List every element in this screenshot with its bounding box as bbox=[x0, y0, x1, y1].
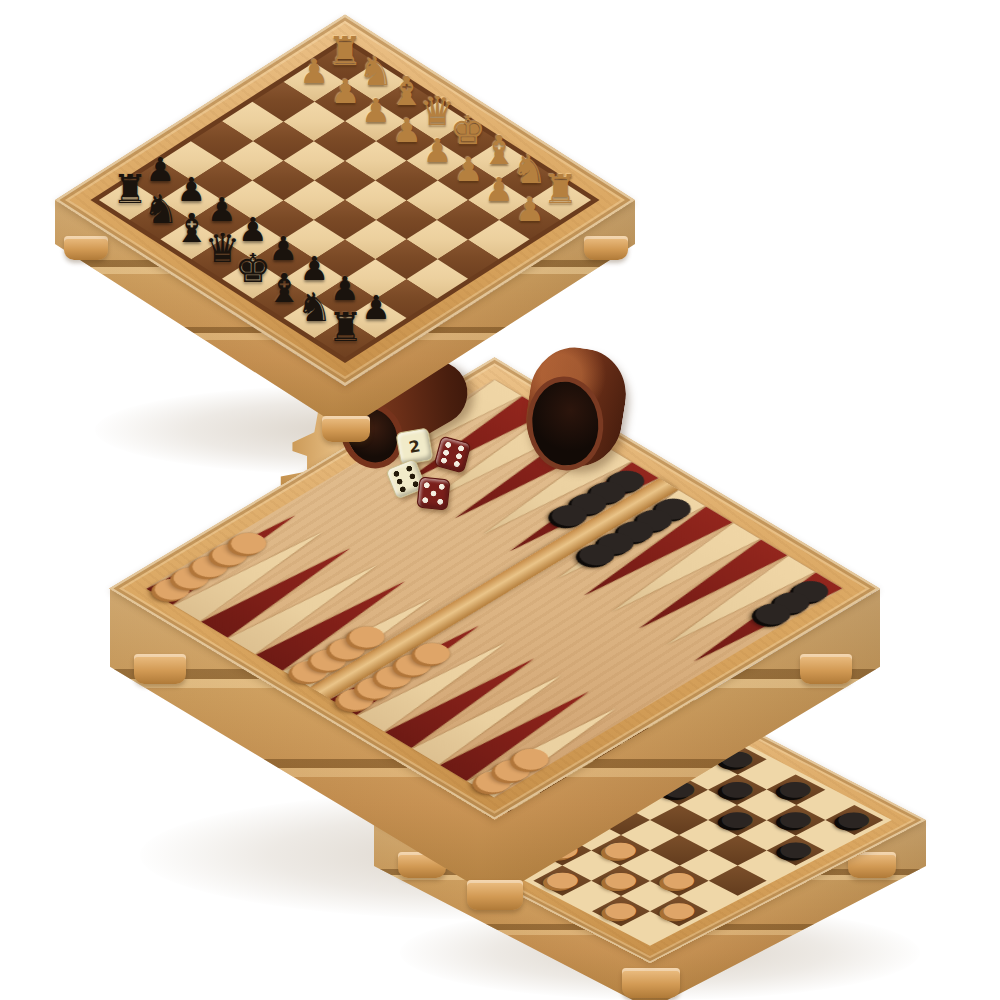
pedestal-layer bbox=[0, 0, 1000, 1000]
checker-black: ● bbox=[597, 714, 650, 742]
checkers-square bbox=[650, 805, 708, 835]
checker-black: ● bbox=[772, 835, 825, 863]
backgammon-checker-black: ● bbox=[768, 585, 822, 617]
backgammon-checker-natural: ● bbox=[324, 631, 378, 663]
backgammon-checker-natural: ● bbox=[206, 537, 260, 569]
checkers-square bbox=[738, 759, 796, 789]
chess-square bbox=[345, 141, 407, 180]
chess-square bbox=[407, 259, 469, 298]
chess-foot-left bbox=[64, 236, 108, 260]
point-triangle bbox=[496, 462, 659, 560]
backgammon-box-side bbox=[110, 589, 880, 898]
backgammon-checker-natural: ● bbox=[343, 619, 397, 651]
checkers-square bbox=[738, 790, 796, 820]
backgammon-foot-front bbox=[467, 880, 523, 910]
checkers-square: ● bbox=[650, 774, 708, 804]
chess-square bbox=[468, 220, 530, 259]
chess-unit-shadow bbox=[95, 385, 615, 475]
backgammon-point-15 bbox=[414, 412, 577, 510]
checkers-board: ●●●●●●●●●●●●●●●●●●●●●●●● bbox=[417, 699, 884, 942]
point-triangle bbox=[570, 506, 733, 604]
checker-natural: ● bbox=[422, 805, 475, 833]
backgammon-point-24: ●●● bbox=[680, 572, 843, 670]
checkers-unit: ●●●●●●●●●●●●●●●●●●●●●●●● bbox=[0, 0, 1000, 1000]
backgammon-point-5 bbox=[357, 634, 520, 732]
backgammon-point-2 bbox=[440, 683, 603, 781]
chess-unit: ♜♞♝♛♚♝♞♜♟♟♟♟♟♟♟♟♟♟♟♟♟♟♟♟♜♞♝♛♚♝♞♜ bbox=[0, 0, 1000, 1000]
checker-natural: ● bbox=[655, 866, 708, 894]
checkers-square: ● bbox=[475, 805, 533, 835]
checkers-square bbox=[708, 835, 766, 865]
chess-square: ♝ bbox=[160, 220, 222, 259]
chess-foot-front bbox=[322, 416, 370, 442]
checkers-square bbox=[446, 790, 504, 820]
checker-black: ● bbox=[713, 805, 766, 833]
checker-natural: ● bbox=[480, 775, 533, 803]
checkers-square bbox=[562, 729, 620, 759]
checkers-square: ● bbox=[592, 835, 650, 865]
checkers-square bbox=[738, 850, 796, 880]
chess-square bbox=[160, 141, 222, 180]
checkers-square: ● bbox=[592, 744, 650, 774]
checkers-square bbox=[533, 744, 591, 774]
chess-square: ♟ bbox=[345, 298, 407, 337]
dice-cup-lying bbox=[333, 349, 479, 470]
backgammon-unit-shadow bbox=[140, 790, 860, 920]
chess-square: ♛ bbox=[191, 239, 253, 278]
die-numeral: 2 bbox=[407, 436, 421, 457]
chess-square: ♟ bbox=[253, 239, 315, 278]
backgammon-point-1: ●●● bbox=[467, 700, 630, 798]
checkers-square bbox=[592, 774, 650, 804]
chess-square bbox=[283, 180, 345, 219]
checkers-square bbox=[533, 774, 591, 804]
point-triangle bbox=[228, 556, 391, 654]
checkers-square bbox=[446, 820, 504, 850]
chess-square bbox=[222, 180, 284, 219]
checker-black: ● bbox=[772, 805, 825, 833]
point-triangle bbox=[385, 650, 548, 748]
checkers-square bbox=[679, 881, 737, 911]
backgammon-point-12: ●●●●● bbox=[146, 507, 309, 605]
point-triangle bbox=[283, 589, 446, 687]
backgammon-checker-natural: ● bbox=[305, 642, 359, 674]
backgammon-checker-black: ● bbox=[603, 463, 657, 495]
checker-natural: ● bbox=[538, 835, 591, 863]
checkers-square: ● bbox=[592, 866, 650, 896]
checkers-square bbox=[621, 729, 679, 759]
chess-square: ♞ bbox=[283, 298, 345, 337]
point-triangle bbox=[146, 507, 309, 605]
backgammon-checker-natural: ● bbox=[389, 647, 443, 679]
checker-natural: ● bbox=[480, 805, 533, 833]
backgammon-checker-natural: ● bbox=[225, 525, 279, 557]
checkers-square: ● bbox=[708, 805, 766, 835]
checkers-square: ● bbox=[533, 805, 591, 835]
checkers-square: ● bbox=[592, 896, 650, 926]
checker-natural: ● bbox=[480, 835, 533, 863]
backgammon-point-18: ●●●● bbox=[496, 462, 659, 560]
backgammon-point-7: ●●●● bbox=[283, 589, 446, 687]
checkers-square bbox=[679, 729, 737, 759]
checkers-board-border: ●●●●●●●●●●●●●●●●●●●●●●●● bbox=[408, 694, 892, 946]
wood-grain bbox=[55, 14, 635, 385]
dice-cup-mouth bbox=[329, 391, 415, 480]
backgammon-checker-black: ● bbox=[565, 486, 619, 518]
checkers-square bbox=[504, 790, 562, 820]
chess-square: ♟ bbox=[283, 62, 345, 101]
checker-black: ● bbox=[597, 744, 650, 772]
point-triangle bbox=[357, 634, 520, 732]
checkers-square bbox=[621, 881, 679, 911]
die-burgundy-6 bbox=[434, 436, 472, 474]
chess-square: ♚ bbox=[222, 259, 284, 298]
backgammon-accessories: 2 bbox=[0, 0, 1000, 1000]
backgammon-checker-black: ● bbox=[749, 596, 803, 628]
backgammon-checker-black: ● bbox=[611, 514, 665, 546]
checkers-square: ● bbox=[708, 774, 766, 804]
point-triangle bbox=[441, 429, 604, 527]
point-triangle bbox=[386, 396, 549, 494]
checkers-square: ● bbox=[650, 714, 708, 744]
backgammon-point-20 bbox=[570, 506, 733, 604]
backgammon-checker-natural: ● bbox=[148, 571, 202, 603]
checkers-square bbox=[562, 759, 620, 789]
checkers-square bbox=[679, 790, 737, 820]
point-triangle bbox=[625, 539, 788, 637]
checker-natural: ● bbox=[538, 805, 591, 833]
backgammon-checker-natural: ● bbox=[167, 560, 221, 592]
chess-pedestal bbox=[272, 400, 418, 485]
chess-square bbox=[407, 180, 469, 219]
checkers-square: ● bbox=[533, 835, 591, 865]
checkers-square bbox=[708, 866, 766, 896]
checker-natural: ● bbox=[597, 835, 650, 863]
checkers-square bbox=[621, 850, 679, 880]
chess-square: ♟ bbox=[345, 102, 407, 141]
checkers-square: ● bbox=[650, 866, 708, 896]
checkers-square bbox=[504, 759, 562, 789]
chess-square: ♟ bbox=[283, 259, 345, 298]
chess-square: ♟ bbox=[160, 180, 222, 219]
checkers-square bbox=[504, 820, 562, 850]
point-triangle bbox=[543, 490, 706, 588]
checkers-unit-shadow bbox=[400, 905, 920, 1000]
backgammon-checker-natural: ● bbox=[508, 741, 562, 773]
chess-square: ♜ bbox=[314, 318, 376, 357]
chess-square bbox=[345, 259, 407, 298]
checkers-square bbox=[621, 911, 679, 941]
checkers-square bbox=[562, 820, 620, 850]
checkers-square bbox=[621, 790, 679, 820]
backgammon-point-3 bbox=[412, 667, 575, 765]
checker-black: ● bbox=[655, 714, 708, 742]
checkers-foot-front bbox=[622, 968, 680, 998]
backgammon-checker-black: ● bbox=[592, 525, 646, 557]
point-triangle bbox=[469, 445, 632, 543]
checkers-foot-right bbox=[848, 852, 896, 878]
point-triangle bbox=[440, 683, 603, 781]
checkers-foot-left bbox=[398, 852, 446, 878]
wood-grain bbox=[374, 677, 926, 964]
chess-board: ♜♞♝♛♚♝♞♜♟♟♟♟♟♟♟♟♟♟♟♟♟♟♟♟♜♞♝♛♚♝♞♜ bbox=[99, 43, 591, 358]
point-triangle bbox=[412, 667, 575, 765]
chess-square bbox=[437, 200, 499, 239]
checkers-square bbox=[738, 820, 796, 850]
checkers-square: ● bbox=[533, 866, 591, 896]
chess-square: ♞ bbox=[130, 200, 192, 239]
point-triangle bbox=[680, 572, 843, 670]
backgammon-point-11 bbox=[173, 524, 336, 622]
checkers-square: ● bbox=[650, 896, 708, 926]
checkers-square bbox=[679, 820, 737, 850]
checkers-square: ● bbox=[475, 774, 533, 804]
backgammon-checker-natural: ● bbox=[469, 764, 523, 796]
point-triangle bbox=[652, 556, 815, 654]
backgammon-checker-natural: ● bbox=[370, 659, 424, 691]
chess-board-border: ♜♞♝♛♚♝♞♜♟♟♟♟♟♟♟♟♟♟♟♟♟♟♟♟♜♞♝♛♚♝♞♜ bbox=[90, 37, 599, 363]
checkers-square bbox=[504, 850, 562, 880]
checker-natural: ● bbox=[655, 896, 708, 924]
chess-square bbox=[253, 200, 315, 239]
chess-board-frame: ♜♞♝♛♚♝♞♜♟♟♟♟♟♟♟♟♟♟♟♟♟♟♟♟♜♞♝♛♚♝♞♜ bbox=[55, 14, 635, 385]
backgammon-checker-natural: ● bbox=[286, 654, 340, 686]
checkers-square: ● bbox=[825, 805, 883, 835]
backgammon-unit: ●●●●●●●●●●●●●●●●●●●●●●●●●●●●● bbox=[0, 0, 1000, 1000]
checker-black: ● bbox=[655, 744, 708, 772]
backgammon-board: ●●●●●●●●●●●●●●●●●●●●●●●●●●●●● bbox=[146, 379, 843, 797]
backgammon-checker-black: ● bbox=[787, 573, 841, 605]
chess-square bbox=[253, 82, 315, 121]
backgammon-point-9 bbox=[228, 556, 391, 654]
chess-square bbox=[376, 161, 438, 200]
chess-square: ♛ bbox=[407, 102, 469, 141]
checkers-square bbox=[592, 805, 650, 835]
checkers-square bbox=[562, 790, 620, 820]
checkers-square: ● bbox=[767, 805, 825, 835]
backgammon-point-16 bbox=[441, 429, 604, 527]
chess-square bbox=[253, 121, 315, 160]
backgammon-left-half: ●●●●●●●●●●●●● bbox=[146, 379, 659, 687]
backgammon-point-row: ●●●●●●●● bbox=[543, 490, 844, 670]
backgammon-point-8 bbox=[256, 573, 419, 671]
backgammon-point-10 bbox=[201, 540, 364, 638]
chess-square: ♟ bbox=[499, 200, 561, 239]
chess-square bbox=[314, 239, 376, 278]
checker-black: ● bbox=[772, 775, 825, 803]
checkers-square: ● bbox=[767, 835, 825, 865]
point-triangle bbox=[173, 524, 336, 622]
checkers-square bbox=[796, 820, 854, 850]
checkers-square: ● bbox=[650, 744, 708, 774]
chess-square: ♟ bbox=[314, 82, 376, 121]
chess-square bbox=[191, 161, 253, 200]
point-triangle bbox=[201, 540, 364, 638]
backgammon-checker-black: ● bbox=[546, 497, 600, 529]
dice-cup-mouth bbox=[523, 373, 607, 473]
chess-square: ♟ bbox=[407, 141, 469, 180]
chess-square bbox=[222, 141, 284, 180]
point-triangle bbox=[359, 379, 522, 477]
backgammon-checker-natural: ● bbox=[351, 670, 405, 702]
backgammon-checker-black: ● bbox=[650, 491, 704, 523]
chess-square bbox=[191, 121, 253, 160]
chess-square: ♟ bbox=[468, 180, 530, 219]
backgammon-checker-natural: ● bbox=[408, 636, 462, 668]
chess-square bbox=[314, 161, 376, 200]
chess-frame-molding bbox=[55, 14, 635, 385]
chess-square bbox=[437, 239, 499, 278]
checkers-square bbox=[621, 759, 679, 789]
chess-square bbox=[314, 121, 376, 160]
backgammon-checker-black: ● bbox=[631, 503, 685, 535]
chess-square: ♚ bbox=[437, 121, 499, 160]
backgammon-right-half: ●●●●●●●●●●●●●●●● bbox=[330, 490, 843, 798]
backgammon-point-21 bbox=[597, 523, 760, 621]
backgammon-checker-black: ● bbox=[573, 537, 627, 569]
point-triangle bbox=[467, 700, 630, 798]
checkers-square: ● bbox=[767, 774, 825, 804]
chess-square: ♝ bbox=[253, 279, 315, 318]
backgammon-foot-left bbox=[134, 654, 186, 684]
backgammon-point-23 bbox=[652, 556, 815, 654]
checkers-square bbox=[650, 835, 708, 865]
chess-square: ♟ bbox=[222, 220, 284, 259]
checkers-square bbox=[621, 699, 679, 729]
chess-square: ♞ bbox=[499, 161, 561, 200]
chess-square: ♟ bbox=[191, 200, 253, 239]
backgammon-point-13 bbox=[359, 379, 522, 477]
backgammon-point-17 bbox=[469, 445, 632, 543]
chess-square bbox=[376, 200, 438, 239]
backgammon-checker-natural: ● bbox=[488, 752, 542, 784]
shadow-layer bbox=[0, 0, 1000, 1000]
checkers-board-frame: ●●●●●●●●●●●●●●●●●●●●●●●● bbox=[374, 677, 926, 964]
backgammon-point-4 bbox=[385, 650, 548, 748]
chess-square bbox=[222, 102, 284, 141]
checkers-frame-molding bbox=[374, 677, 926, 964]
wood-grain bbox=[109, 357, 880, 819]
checker-black: ● bbox=[713, 775, 766, 803]
dice-cup-standing bbox=[519, 341, 632, 473]
backgammon-point-14 bbox=[386, 396, 549, 494]
backgammon-point-row: ●●●●●●●●● bbox=[146, 507, 447, 687]
point-triangle bbox=[414, 412, 577, 510]
checkers-square: ● bbox=[592, 714, 650, 744]
checker-natural: ● bbox=[597, 866, 650, 894]
checkers-square: ● bbox=[708, 744, 766, 774]
die-burgundy-5 bbox=[416, 476, 450, 510]
backgammon-point-22 bbox=[625, 539, 788, 637]
backgammon-checker-natural: ● bbox=[332, 682, 386, 714]
backgammon-point-6: ●●●●● bbox=[330, 617, 493, 715]
chess-square: ♟ bbox=[314, 279, 376, 318]
die-ivory-numeral: 2 bbox=[395, 427, 433, 465]
chess-square: ♜ bbox=[314, 43, 376, 82]
chess-square: ♟ bbox=[437, 161, 499, 200]
checkers-square: ● bbox=[417, 805, 475, 835]
checkers-square bbox=[562, 881, 620, 911]
checker-black: ● bbox=[830, 805, 883, 833]
chess-square: ♝ bbox=[376, 82, 438, 121]
backgammon-checker-natural: ● bbox=[186, 548, 240, 580]
backgammon-frame-molding bbox=[109, 357, 880, 819]
chess-square bbox=[253, 161, 315, 200]
point-triangle bbox=[330, 617, 493, 715]
checker-black: ● bbox=[655, 775, 708, 803]
chess-square bbox=[407, 220, 469, 259]
checker-natural: ● bbox=[597, 896, 650, 924]
backgammon-checker-black: ● bbox=[584, 475, 638, 507]
checkers-square bbox=[679, 759, 737, 789]
backgammon-point-19: ●●●●● bbox=[543, 490, 706, 588]
checker-natural: ● bbox=[538, 866, 591, 894]
chess-square bbox=[314, 200, 376, 239]
backgammon-foot-right bbox=[800, 654, 852, 684]
chess-square bbox=[283, 102, 345, 141]
backgammon-point-row: ●●●● bbox=[359, 379, 660, 559]
point-triangle bbox=[256, 573, 419, 671]
chess-square bbox=[283, 220, 345, 259]
chess-square: ♞ bbox=[345, 62, 407, 101]
chess-square: ♝ bbox=[468, 141, 530, 180]
chess-square bbox=[376, 279, 438, 318]
point-triangle bbox=[597, 523, 760, 621]
chess-square bbox=[376, 239, 438, 278]
checkers-square bbox=[679, 850, 737, 880]
checker-black: ● bbox=[713, 744, 766, 772]
chess-foot-right bbox=[584, 236, 628, 260]
backgammon-bar bbox=[311, 478, 679, 699]
chess-square bbox=[283, 141, 345, 180]
chess-square: ♜ bbox=[99, 180, 161, 219]
checkers-square bbox=[562, 850, 620, 880]
chess-square: ♜ bbox=[530, 180, 592, 219]
checkers-square: ● bbox=[475, 835, 533, 865]
chess-square: ♟ bbox=[376, 121, 438, 160]
die-ivory-6 bbox=[385, 458, 427, 500]
chess-square bbox=[345, 180, 407, 219]
chess-square bbox=[345, 220, 407, 259]
checkers-square bbox=[796, 790, 854, 820]
chess-box-side bbox=[55, 200, 635, 430]
chess-square: ♟ bbox=[130, 161, 192, 200]
backgammon-point-row: ●●●●●●●● bbox=[330, 617, 631, 797]
checkers-box-side bbox=[374, 820, 926, 1000]
checkers-square bbox=[621, 820, 679, 850]
backgammon-board-frame: ●●●●●●●●●●●●●●●●●●●●●●●●●●●●● bbox=[109, 357, 880, 819]
